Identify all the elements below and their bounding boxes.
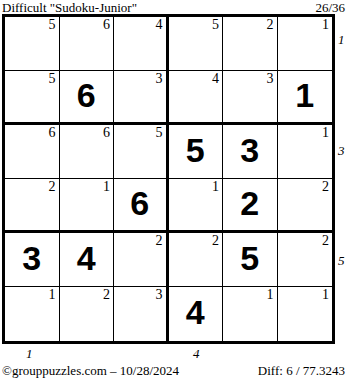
sudoku-board: 5 6 4 5 2 1 5 6 3 4 3 1 6 6 5 5 3 1 2 1 … — [2, 14, 335, 344]
cell-r1c5[interactable]: 2 — [223, 17, 278, 71]
cell-r6c1[interactable]: 1 — [5, 287, 60, 341]
cell-r6c6[interactable]: 1 — [278, 287, 333, 341]
cell-r1c1[interactable]: 5 — [5, 17, 60, 71]
cell-r5c5[interactable]: 5 — [223, 233, 278, 287]
cell-r2c1[interactable]: 5 — [5, 71, 60, 125]
given-digit — [5, 179, 59, 230]
given-digit — [5, 17, 59, 70]
given-digit — [223, 287, 277, 341]
cell-r3c5[interactable]: 3 — [223, 125, 278, 179]
given-digit — [169, 17, 223, 70]
cell-r2c3[interactable]: 3 — [114, 71, 169, 125]
cell-r1c2[interactable]: 6 — [60, 17, 115, 71]
given-digit — [169, 71, 223, 122]
given-digit — [60, 17, 114, 70]
given-digit: 2 — [223, 179, 277, 230]
row-label-1: 1 — [338, 33, 345, 47]
puzzle-sheet: Difficult "Sudoku-Junior" 26/36 5 6 4 5 … — [0, 0, 347, 381]
given-digit: 4 — [169, 287, 223, 341]
row-label-3: 3 — [338, 144, 345, 158]
cell-r6c2[interactable]: 2 — [60, 287, 115, 341]
cell-r3c6[interactable]: 1 — [278, 125, 333, 179]
cell-r1c4[interactable]: 5 — [169, 17, 224, 71]
cell-r5c2[interactable]: 4 — [60, 233, 115, 287]
col-label-4: 4 — [193, 347, 200, 361]
cell-r3c1[interactable]: 6 — [5, 125, 60, 179]
difficulty-text: Diff: 6 / 77.3243 — [258, 363, 345, 379]
given-digit — [60, 179, 114, 230]
given-digit — [114, 287, 166, 341]
given-digit: 6 — [60, 71, 114, 122]
given-digit — [223, 17, 277, 70]
col-label-1: 1 — [26, 347, 33, 361]
given-digit — [278, 179, 333, 230]
given-digit — [5, 125, 59, 178]
given-digit: 1 — [278, 71, 333, 122]
given-digit — [60, 287, 114, 341]
cell-r6c4[interactable]: 4 — [169, 287, 224, 341]
given-digit — [114, 125, 166, 178]
cell-r3c4[interactable]: 5 — [169, 125, 224, 179]
given-digit — [114, 233, 166, 286]
given-digit: 4 — [60, 233, 114, 286]
cell-r2c6[interactable]: 1 — [278, 71, 333, 125]
given-digit — [114, 71, 166, 122]
given-digit: 5 — [169, 125, 223, 178]
cell-r4c6[interactable]: 2 — [278, 179, 333, 233]
cell-r3c2[interactable]: 6 — [60, 125, 115, 179]
given-digit — [278, 287, 333, 341]
cell-r2c4[interactable]: 4 — [169, 71, 224, 125]
given-digit — [223, 71, 277, 122]
given-digit — [114, 17, 166, 70]
cell-r5c6[interactable]: 2 — [278, 233, 333, 287]
cell-r2c5[interactable]: 3 — [223, 71, 278, 125]
given-digit — [278, 125, 333, 178]
cell-r3c3[interactable]: 5 — [114, 125, 169, 179]
given-digit: 6 — [114, 179, 166, 230]
cell-r4c1[interactable]: 2 — [5, 179, 60, 233]
given-digit: 3 — [223, 125, 277, 178]
row-label-5: 5 — [338, 254, 345, 268]
given-digit — [169, 233, 223, 286]
cell-r5c1[interactable]: 3 — [5, 233, 60, 287]
cell-r4c2[interactable]: 1 — [60, 179, 115, 233]
given-digit — [169, 179, 223, 230]
cell-r2c2[interactable]: 6 — [60, 71, 115, 125]
cell-r5c3[interactable]: 2 — [114, 233, 169, 287]
cell-r4c4[interactable]: 1 — [169, 179, 224, 233]
given-digit — [278, 17, 333, 70]
given-digit: 5 — [223, 233, 277, 286]
given-digit — [5, 71, 59, 122]
cell-r6c3[interactable]: 3 — [114, 287, 169, 341]
given-digit: 3 — [5, 233, 59, 286]
cell-r4c5[interactable]: 2 — [223, 179, 278, 233]
cell-r1c6[interactable]: 1 — [278, 17, 333, 71]
cell-r5c4[interactable]: 2 — [169, 233, 224, 287]
given-digit — [5, 287, 59, 341]
given-digit — [278, 233, 333, 286]
cell-r6c5[interactable]: 1 — [223, 287, 278, 341]
cell-r4c3[interactable]: 6 — [114, 179, 169, 233]
copyright-text: ©grouppuzzles.com – 10/28/2024 — [2, 363, 179, 379]
cell-r1c3[interactable]: 4 — [114, 17, 169, 71]
given-digit — [60, 125, 114, 178]
